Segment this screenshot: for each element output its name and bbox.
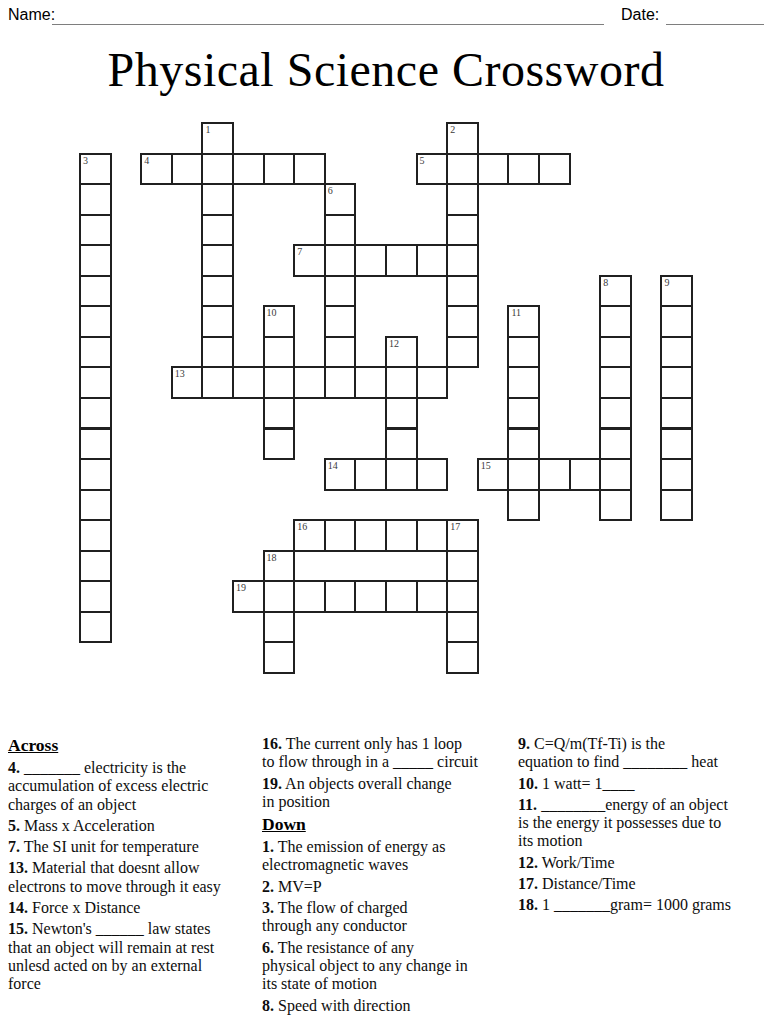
clue-item: 11. ________energy of an objectis the en… <box>518 796 772 851</box>
clue-number: 14. <box>8 899 28 916</box>
grid-cell[interactable] <box>507 428 540 461</box>
clue-number: 19. <box>262 775 282 792</box>
grid-cell[interactable] <box>538 458 571 491</box>
crossword-grid: 12345678910111213141516171819 <box>79 122 695 674</box>
grid-cell[interactable] <box>446 305 479 338</box>
grid-cell[interactable]: 4 <box>140 153 173 186</box>
grid-cell[interactable] <box>446 153 479 186</box>
grid-cell[interactable] <box>507 366 540 399</box>
grid-cell[interactable] <box>201 366 234 399</box>
grid-cell[interactable] <box>416 519 449 552</box>
grid-cell[interactable] <box>385 244 418 277</box>
grid-cell[interactable]: 2 <box>446 122 479 155</box>
grid-cell[interactable] <box>446 641 479 674</box>
grid-cell[interactable] <box>293 580 326 613</box>
grid-cell[interactable] <box>507 489 540 522</box>
grid-cell[interactable] <box>263 428 296 461</box>
grid-cell[interactable] <box>385 366 418 399</box>
grid-cell[interactable]: 11 <box>507 305 540 338</box>
grid-cell[interactable] <box>171 153 204 186</box>
clue-item: 17. Distance/Time <box>518 875 772 893</box>
grid-cell[interactable] <box>446 244 479 277</box>
cell-number: 3 <box>83 155 88 167</box>
clue-item: 8. Speed with direction <box>262 997 516 1015</box>
grid-cell[interactable]: 6 <box>324 183 357 216</box>
grid-cell[interactable] <box>79 366 112 399</box>
grid-cell[interactable] <box>446 214 479 247</box>
grid-cell[interactable]: 9 <box>660 275 693 308</box>
clue-item: 10. 1 watt= 1____ <box>518 775 772 793</box>
clue-item: 18. 1 _______gram= 1000 grams <box>518 896 772 914</box>
grid-cell[interactable] <box>599 428 632 461</box>
clue-number: 9. <box>518 735 530 752</box>
cell-number: 19 <box>236 582 246 594</box>
cell-number: 5 <box>420 155 425 167</box>
grid-cell[interactable] <box>263 580 296 613</box>
grid-cell[interactable] <box>385 519 418 552</box>
grid-cell[interactable]: 3 <box>79 153 112 186</box>
clue-item: 12. Work/Time <box>518 854 772 872</box>
grid-cell[interactable] <box>416 366 449 399</box>
clue-item: 4. _______ electricity is theaccumulatio… <box>8 759 260 814</box>
clue-number: 6. <box>262 939 274 956</box>
grid-cell[interactable] <box>79 214 112 247</box>
cell-number: 9 <box>664 277 669 289</box>
grid-cell[interactable] <box>385 428 418 461</box>
grid-cell[interactable]: 19 <box>232 580 265 613</box>
grid-cell[interactable] <box>324 580 357 613</box>
grid-cell[interactable] <box>446 336 479 369</box>
grid-cell[interactable] <box>660 366 693 399</box>
name-label: Name: <box>8 6 55 24</box>
grid-cell[interactable] <box>79 519 112 552</box>
clue-item: 3. The flow of chargedthrough any conduc… <box>262 899 516 936</box>
grid-cell[interactable] <box>201 183 234 216</box>
cell-number: 18 <box>267 552 277 564</box>
grid-cell[interactable] <box>416 580 449 613</box>
grid-cell[interactable] <box>599 489 632 522</box>
clue-item: 9. C=Q/m(Tf-Ti) is theequation to find _… <box>518 735 772 772</box>
cell-number: 10 <box>267 307 277 319</box>
grid-cell[interactable] <box>660 305 693 338</box>
clues-section-header: Down <box>262 814 516 834</box>
grid-cell[interactable] <box>79 489 112 522</box>
grid-cell[interactable] <box>79 275 112 308</box>
grid-cell[interactable] <box>79 428 112 461</box>
grid-cell[interactable] <box>569 458 602 491</box>
grid-cell[interactable] <box>79 397 112 430</box>
grid-cell[interactable] <box>79 611 112 644</box>
clue-item: 19. An objects overall changein position <box>262 775 516 812</box>
grid-cell[interactable] <box>263 641 296 674</box>
grid-cell[interactable] <box>416 244 449 277</box>
date-label: Date: <box>621 6 659 24</box>
grid-cell[interactable] <box>477 153 510 186</box>
grid-cell[interactable] <box>324 214 357 247</box>
clue-item: 16. The current only has 1 loopto flow t… <box>262 735 516 772</box>
grid-cell[interactable] <box>263 336 296 369</box>
grid-cell[interactable] <box>232 366 265 399</box>
grid-cell[interactable] <box>201 214 234 247</box>
grid-cell[interactable] <box>293 366 326 399</box>
grid-cell[interactable] <box>263 611 296 644</box>
grid-cell[interactable] <box>79 550 112 583</box>
grid-cell[interactable] <box>354 244 387 277</box>
grid-cell[interactable] <box>201 275 234 308</box>
clue-item: 6. The resistance of anyphysical object … <box>262 939 516 994</box>
grid-cell[interactable]: 15 <box>477 458 510 491</box>
clue-number: 15. <box>8 920 28 937</box>
grid-cell[interactable] <box>446 580 479 613</box>
clues-section-header: Across <box>8 735 260 755</box>
grid-cell[interactable] <box>446 611 479 644</box>
grid-cell[interactable] <box>446 183 479 216</box>
clues-column-2: 16. The current only has 1 loopto flow t… <box>262 735 516 1018</box>
grid-cell[interactable]: 18 <box>263 550 296 583</box>
clue-number: 11. <box>518 796 537 813</box>
grid-cell[interactable]: 5 <box>416 153 449 186</box>
grid-cell[interactable] <box>354 519 387 552</box>
grid-cell[interactable] <box>385 580 418 613</box>
grid-cell[interactable] <box>599 397 632 430</box>
grid-cell[interactable] <box>416 458 449 491</box>
cell-number: 13 <box>175 368 185 380</box>
grid-cell[interactable] <box>263 153 296 186</box>
clue-number: 13. <box>8 859 28 876</box>
grid-cell[interactable] <box>354 580 387 613</box>
cell-number: 6 <box>328 185 333 197</box>
grid-cell[interactable] <box>538 153 571 186</box>
grid-cell[interactable] <box>660 489 693 522</box>
grid-cell[interactable] <box>324 519 357 552</box>
grid-cell[interactable]: 1 <box>201 122 234 155</box>
grid-cell[interactable] <box>293 153 326 186</box>
grid-cell[interactable] <box>324 366 357 399</box>
grid-cell[interactable] <box>354 458 387 491</box>
clue-number: 12. <box>518 854 538 871</box>
name-blank-line[interactable] <box>52 9 604 25</box>
clue-number: 10. <box>518 775 538 792</box>
grid-cell[interactable] <box>79 244 112 277</box>
grid-cell[interactable] <box>79 580 112 613</box>
clue-item: 15. Newton's ______ law statesthat an ob… <box>8 920 260 993</box>
cell-number: 7 <box>297 246 302 258</box>
grid-cell[interactable] <box>263 366 296 399</box>
clue-number: 5. <box>8 817 20 834</box>
grid-cell[interactable] <box>507 397 540 430</box>
grid-cell[interactable] <box>507 336 540 369</box>
clue-item: 13. Material that doesnt allowelectrons … <box>8 859 260 896</box>
clue-number: 8. <box>262 997 274 1014</box>
worksheet-page: Name: Date: Physical Science Crossword 1… <box>0 0 772 1024</box>
grid-cell[interactable] <box>599 366 632 399</box>
cell-number: 17 <box>450 521 460 533</box>
clue-number: 4. <box>8 759 20 776</box>
grid-cell[interactable] <box>660 428 693 461</box>
clue-number: 1. <box>262 838 274 855</box>
cell-number: 2 <box>450 124 455 136</box>
grid-cell[interactable]: 16 <box>293 519 326 552</box>
clue-item: 14. Force x Distance <box>8 899 260 917</box>
clue-number: 17. <box>518 875 538 892</box>
clues-column-3: 9. C=Q/m(Tf-Ti) is theequation to find _… <box>518 735 772 918</box>
cell-number: 1 <box>205 124 210 136</box>
grid-cell[interactable] <box>446 275 479 308</box>
grid-cell[interactable]: 12 <box>385 336 418 369</box>
grid-cell[interactable]: 8 <box>599 275 632 308</box>
clue-number: 7. <box>8 838 20 855</box>
grid-cell[interactable] <box>324 305 357 338</box>
cell-number: 12 <box>389 338 399 350</box>
cell-number: 4 <box>144 155 149 167</box>
grid-cell[interactable] <box>201 244 234 277</box>
grid-cell[interactable] <box>232 153 265 186</box>
grid-cell[interactable] <box>201 153 234 186</box>
grid-cell[interactable] <box>599 458 632 491</box>
grid-cell[interactable] <box>507 153 540 186</box>
grid-cell[interactable]: 10 <box>263 305 296 338</box>
clue-number: 18. <box>518 896 538 913</box>
grid-cell[interactable] <box>354 366 387 399</box>
grid-cell[interactable] <box>599 336 632 369</box>
clue-number: 16. <box>262 735 282 752</box>
page-title: Physical Science Crossword <box>0 41 772 99</box>
clue-item: 7. The SI unit for temperature <box>8 838 260 856</box>
grid-cell[interactable] <box>201 336 234 369</box>
clue-number: 3. <box>262 899 274 916</box>
grid-cell[interactable]: 17 <box>446 519 479 552</box>
grid-cell[interactable] <box>324 336 357 369</box>
grid-cell[interactable] <box>660 458 693 491</box>
grid-cell[interactable] <box>324 275 357 308</box>
cell-number: 16 <box>297 521 307 533</box>
cell-number: 11 <box>511 307 521 319</box>
grid-cell[interactable] <box>385 397 418 430</box>
grid-cell[interactable] <box>79 305 112 338</box>
clue-item: 5. Mass x Acceleration <box>8 817 260 835</box>
clue-item: 1. The emission of energy aselectromagne… <box>262 838 516 875</box>
grid-cell[interactable]: 7 <box>293 244 326 277</box>
clue-item: 2. MV=P <box>262 878 516 896</box>
grid-cell[interactable] <box>79 336 112 369</box>
clue-number: 2. <box>262 878 274 895</box>
grid-cell[interactable] <box>201 305 234 338</box>
grid-cell[interactable] <box>446 550 479 583</box>
grid-cell[interactable] <box>79 183 112 216</box>
grid-cell[interactable] <box>79 458 112 491</box>
clues-column-1: Across4. _______ electricity is theaccum… <box>8 735 260 997</box>
grid-cell[interactable] <box>599 305 632 338</box>
grid-cell[interactable]: 13 <box>171 366 204 399</box>
cell-number: 14 <box>328 460 338 472</box>
cell-number: 8 <box>603 277 608 289</box>
grid-cell[interactable] <box>507 458 540 491</box>
grid-cell[interactable]: 14 <box>324 458 357 491</box>
grid-cell[interactable] <box>660 397 693 430</box>
grid-cell[interactable] <box>385 458 418 491</box>
grid-cell[interactable] <box>660 336 693 369</box>
grid-cell[interactable] <box>324 244 357 277</box>
grid-cell[interactable] <box>263 397 296 430</box>
cell-number: 15 <box>481 460 491 472</box>
date-blank-line[interactable] <box>666 9 764 25</box>
